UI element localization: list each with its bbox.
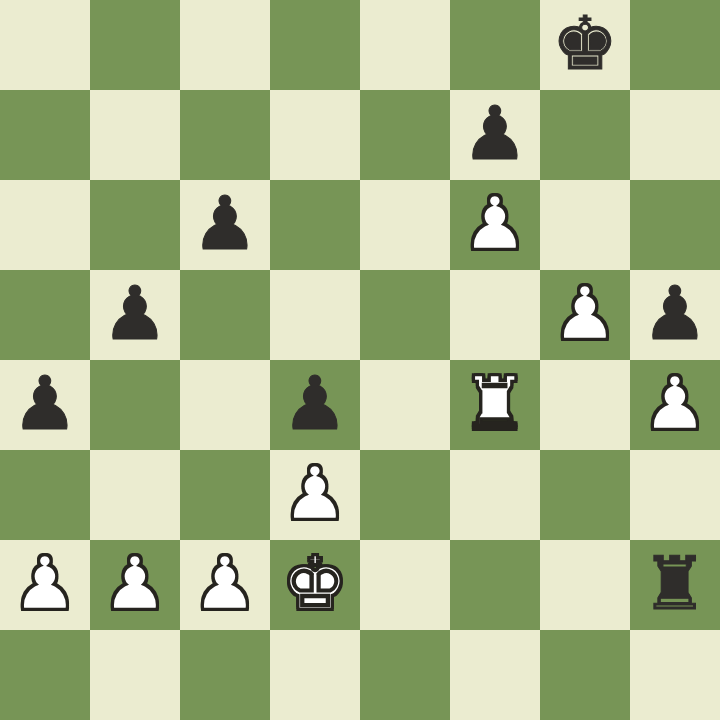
square-c8[interactable] bbox=[180, 0, 270, 90]
square-h7[interactable] bbox=[630, 90, 720, 180]
black-pawn[interactable]: ♟ bbox=[282, 358, 348, 448]
chess-board: ♚♟♟♟♟♟♟♟♟♜♟♟♟♟♟♚♜ bbox=[0, 0, 720, 720]
white-pawn[interactable]: ♟ bbox=[102, 538, 168, 628]
square-g3[interactable] bbox=[540, 450, 630, 540]
square-h3[interactable] bbox=[630, 450, 720, 540]
square-d2[interactable]: ♚ bbox=[270, 540, 360, 630]
square-b6[interactable] bbox=[90, 180, 180, 270]
white-pawn[interactable]: ♟ bbox=[282, 448, 348, 538]
square-a5[interactable] bbox=[0, 270, 90, 360]
square-h5[interactable]: ♟ bbox=[630, 270, 720, 360]
square-g8[interactable]: ♚ bbox=[540, 0, 630, 90]
square-e1[interactable] bbox=[360, 630, 450, 720]
square-a8[interactable] bbox=[0, 0, 90, 90]
square-b5[interactable]: ♟ bbox=[90, 270, 180, 360]
square-g4[interactable] bbox=[540, 360, 630, 450]
square-e7[interactable] bbox=[360, 90, 450, 180]
square-h4[interactable]: ♟ bbox=[630, 360, 720, 450]
square-d4[interactable]: ♟ bbox=[270, 360, 360, 450]
square-e3[interactable] bbox=[360, 450, 450, 540]
square-b8[interactable] bbox=[90, 0, 180, 90]
square-f6[interactable]: ♟ bbox=[450, 180, 540, 270]
square-e6[interactable] bbox=[360, 180, 450, 270]
black-pawn[interactable]: ♟ bbox=[12, 358, 78, 448]
black-pawn[interactable]: ♟ bbox=[462, 88, 528, 178]
white-pawn[interactable]: ♟ bbox=[462, 178, 528, 268]
black-pawn[interactable]: ♟ bbox=[102, 268, 168, 358]
square-f4[interactable]: ♜ bbox=[450, 360, 540, 450]
square-c1[interactable] bbox=[180, 630, 270, 720]
square-d5[interactable] bbox=[270, 270, 360, 360]
square-h2[interactable]: ♜ bbox=[630, 540, 720, 630]
square-f8[interactable] bbox=[450, 0, 540, 90]
square-a3[interactable] bbox=[0, 450, 90, 540]
square-b3[interactable] bbox=[90, 450, 180, 540]
square-b2[interactable]: ♟ bbox=[90, 540, 180, 630]
square-e5[interactable] bbox=[360, 270, 450, 360]
square-f7[interactable]: ♟ bbox=[450, 90, 540, 180]
square-c7[interactable] bbox=[180, 90, 270, 180]
square-a7[interactable] bbox=[0, 90, 90, 180]
square-d7[interactable] bbox=[270, 90, 360, 180]
square-d1[interactable] bbox=[270, 630, 360, 720]
square-c3[interactable] bbox=[180, 450, 270, 540]
square-e2[interactable] bbox=[360, 540, 450, 630]
square-e4[interactable] bbox=[360, 360, 450, 450]
square-g6[interactable] bbox=[540, 180, 630, 270]
black-pawn[interactable]: ♟ bbox=[642, 268, 708, 358]
square-h6[interactable] bbox=[630, 180, 720, 270]
white-rook[interactable]: ♜ bbox=[462, 358, 528, 448]
square-f1[interactable] bbox=[450, 630, 540, 720]
square-f5[interactable] bbox=[450, 270, 540, 360]
square-c6[interactable]: ♟ bbox=[180, 180, 270, 270]
square-c4[interactable] bbox=[180, 360, 270, 450]
white-king[interactable]: ♚ bbox=[282, 538, 348, 628]
square-g2[interactable] bbox=[540, 540, 630, 630]
square-d8[interactable] bbox=[270, 0, 360, 90]
white-pawn[interactable]: ♟ bbox=[192, 538, 258, 628]
black-pawn[interactable]: ♟ bbox=[192, 178, 258, 268]
square-e8[interactable] bbox=[360, 0, 450, 90]
square-a1[interactable] bbox=[0, 630, 90, 720]
square-d6[interactable] bbox=[270, 180, 360, 270]
square-a6[interactable] bbox=[0, 180, 90, 270]
square-c5[interactable] bbox=[180, 270, 270, 360]
black-rook[interactable]: ♜ bbox=[642, 538, 708, 628]
white-pawn[interactable]: ♟ bbox=[552, 268, 618, 358]
square-g1[interactable] bbox=[540, 630, 630, 720]
square-b1[interactable] bbox=[90, 630, 180, 720]
square-c2[interactable]: ♟ bbox=[180, 540, 270, 630]
white-pawn[interactable]: ♟ bbox=[642, 358, 708, 448]
square-b4[interactable] bbox=[90, 360, 180, 450]
square-d3[interactable]: ♟ bbox=[270, 450, 360, 540]
square-a2[interactable]: ♟ bbox=[0, 540, 90, 630]
square-f3[interactable] bbox=[450, 450, 540, 540]
white-pawn[interactable]: ♟ bbox=[12, 538, 78, 628]
square-g5[interactable]: ♟ bbox=[540, 270, 630, 360]
square-h1[interactable] bbox=[630, 630, 720, 720]
black-king[interactable]: ♚ bbox=[552, 0, 618, 88]
square-g7[interactable] bbox=[540, 90, 630, 180]
square-a4[interactable]: ♟ bbox=[0, 360, 90, 450]
square-h8[interactable] bbox=[630, 0, 720, 90]
square-f2[interactable] bbox=[450, 540, 540, 630]
square-b7[interactable] bbox=[90, 90, 180, 180]
